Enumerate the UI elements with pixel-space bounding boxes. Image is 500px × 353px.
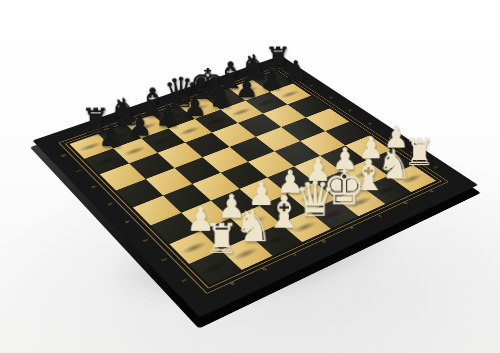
black-pawn-c7[interactable]: ♟ — [152, 87, 184, 145]
coord-rank-left-2: 2 — [159, 256, 170, 264]
black-pawn-a7[interactable]: ♟ — [95, 107, 128, 166]
board-scene: abcdefgh1122334455667788♜♞♝♛♚♝♞♜♟♟♟♟♟♟♟♟… — [78, 0, 418, 332]
coord-rank-left-5: 5 — [105, 201, 115, 208]
black-pawn-b7[interactable]: ♟ — [124, 97, 157, 155]
coord-rank-left-4: 4 — [122, 218, 132, 225]
coord-rank-left-1: 1 — [178, 276, 189, 285]
chess-board: abcdefgh1122334455667788♜♞♝♛♚♝♞♜♟♟♟♟♟♟♟♟… — [33, 56, 479, 318]
white-rook-a1[interactable]: ♜ — [202, 205, 240, 273]
coord-rank-left-6: 6 — [89, 184, 99, 191]
coord-rank-left-8: 8 — [59, 153, 68, 159]
coord-rank-left-3: 3 — [140, 236, 151, 244]
coord-rank-left-7: 7 — [73, 168, 83, 174]
photo-stage: abcdefgh1122334455667788♜♞♝♛♚♝♞♜♟♟♟♟♟♟♟♟… — [0, 0, 500, 353]
